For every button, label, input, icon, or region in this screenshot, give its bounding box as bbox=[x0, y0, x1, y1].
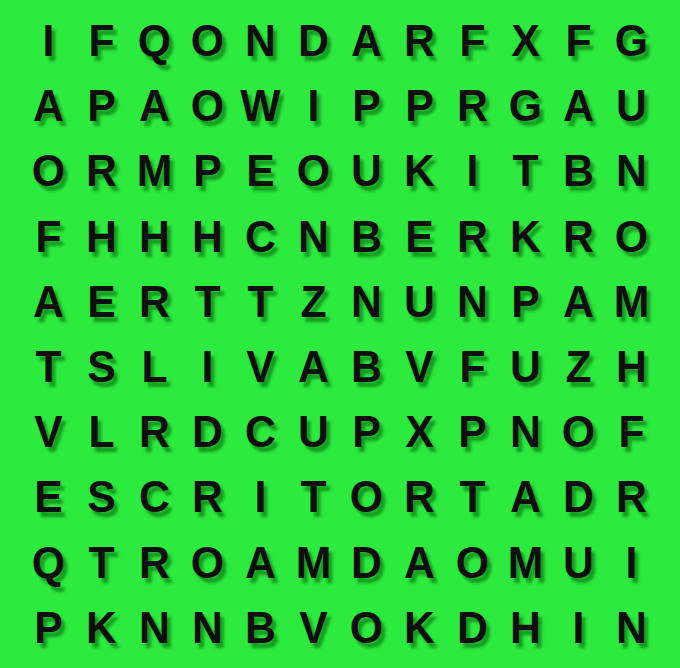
grid-cell[interactable]: N bbox=[606, 595, 656, 660]
grid-cell[interactable]: E bbox=[394, 204, 444, 269]
grid-cell[interactable]: T bbox=[500, 138, 550, 203]
grid-cell[interactable]: Z bbox=[288, 269, 338, 334]
grid-cell[interactable]: C bbox=[235, 399, 285, 464]
grid-cell[interactable]: R bbox=[129, 269, 179, 334]
grid-cell[interactable]: B bbox=[341, 204, 391, 269]
grid-cell[interactable]: O bbox=[341, 464, 391, 529]
grid-cell[interactable]: R bbox=[553, 204, 603, 269]
word-search-puzzle: IFQONDARFXFGAPAOWIPPRGAUORMPEOUKITBNFHHH… bbox=[0, 0, 680, 668]
grid-cell[interactable]: A bbox=[23, 269, 73, 334]
grid-cell[interactable]: H bbox=[606, 334, 656, 399]
grid-cell[interactable]: M bbox=[129, 138, 179, 203]
grid-cell[interactable]: B bbox=[341, 334, 391, 399]
grid-cell[interactable]: O bbox=[182, 8, 232, 73]
grid-cell[interactable]: D bbox=[341, 530, 391, 595]
grid-cell[interactable]: Q bbox=[23, 530, 73, 595]
grid-cell[interactable]: N bbox=[288, 204, 338, 269]
word-search-grid: IFQONDARFXFGAPAOWIPPRGAUORMPEOUKITBNFHHH… bbox=[22, 8, 658, 660]
grid-cell[interactable]: F bbox=[23, 204, 73, 269]
grid-cell[interactable]: Q bbox=[129, 8, 179, 73]
grid-cell[interactable]: K bbox=[394, 595, 444, 660]
grid-cell[interactable]: G bbox=[606, 8, 656, 73]
grid-cell[interactable]: M bbox=[288, 530, 338, 595]
grid-cell[interactable]: D bbox=[288, 8, 338, 73]
grid-cell[interactable]: H bbox=[182, 204, 232, 269]
grid-cell[interactable]: U bbox=[288, 399, 338, 464]
grid-cell[interactable]: N bbox=[447, 269, 497, 334]
grid-cell[interactable]: D bbox=[182, 399, 232, 464]
grid-cell[interactable]: R bbox=[394, 8, 444, 73]
grid-cell[interactable]: A bbox=[23, 73, 73, 138]
grid-cell[interactable]: P bbox=[341, 399, 391, 464]
grid-cell[interactable]: V bbox=[288, 595, 338, 660]
grid-cell[interactable]: E bbox=[76, 269, 126, 334]
grid-cell[interactable]: I bbox=[553, 595, 603, 660]
grid-cell[interactable]: S bbox=[76, 464, 126, 529]
grid-cell[interactable]: N bbox=[500, 399, 550, 464]
grid-cell[interactable]: D bbox=[447, 595, 497, 660]
grid-cell[interactable]: A bbox=[288, 334, 338, 399]
grid-cell[interactable]: U bbox=[606, 73, 656, 138]
grid-cell[interactable]: U bbox=[341, 138, 391, 203]
grid-cell[interactable]: W bbox=[235, 73, 285, 138]
grid-cell[interactable]: F bbox=[447, 8, 497, 73]
grid-cell[interactable]: P bbox=[23, 595, 73, 660]
grid-cell[interactable]: I bbox=[288, 73, 338, 138]
grid-cell[interactable]: T bbox=[447, 464, 497, 529]
grid-cell[interactable]: P bbox=[182, 138, 232, 203]
grid-cell[interactable]: N bbox=[341, 269, 391, 334]
grid-cell[interactable]: O bbox=[288, 138, 338, 203]
grid-cell[interactable]: O bbox=[182, 73, 232, 138]
grid-cell[interactable]: O bbox=[182, 530, 232, 595]
grid-cell[interactable]: H bbox=[129, 204, 179, 269]
grid-cell[interactable]: U bbox=[500, 334, 550, 399]
grid-cell[interactable]: L bbox=[129, 334, 179, 399]
grid-cell[interactable]: R bbox=[129, 399, 179, 464]
grid-cell[interactable]: A bbox=[394, 530, 444, 595]
grid-cell[interactable]: F bbox=[447, 334, 497, 399]
grid-cell[interactable]: T bbox=[23, 334, 73, 399]
grid-cell[interactable]: R bbox=[182, 464, 232, 529]
grid-cell[interactable]: P bbox=[76, 73, 126, 138]
grid-cell[interactable]: I bbox=[447, 138, 497, 203]
grid-cell[interactable]: M bbox=[606, 269, 656, 334]
grid-cell[interactable]: U bbox=[553, 530, 603, 595]
grid-cell[interactable]: R bbox=[129, 530, 179, 595]
grid-cell[interactable]: A bbox=[341, 8, 391, 73]
grid-cell[interactable]: S bbox=[76, 334, 126, 399]
grid-cell[interactable]: E bbox=[235, 138, 285, 203]
grid-cell[interactable]: T bbox=[76, 530, 126, 595]
grid-cell[interactable]: T bbox=[235, 269, 285, 334]
grid-cell[interactable]: I bbox=[182, 334, 232, 399]
grid-cell[interactable]: C bbox=[235, 204, 285, 269]
grid-cell[interactable]: M bbox=[500, 530, 550, 595]
grid-cell[interactable]: V bbox=[235, 334, 285, 399]
grid-cell[interactable]: N bbox=[235, 8, 285, 73]
grid-cell[interactable]: A bbox=[553, 269, 603, 334]
grid-cell[interactable]: I bbox=[606, 530, 656, 595]
grid-cell[interactable]: V bbox=[394, 334, 444, 399]
grid-cell[interactable]: R bbox=[606, 464, 656, 529]
grid-cell[interactable]: R bbox=[447, 204, 497, 269]
grid-cell[interactable]: D bbox=[553, 464, 603, 529]
grid-cell[interactable]: N bbox=[182, 595, 232, 660]
grid-cell[interactable]: X bbox=[500, 8, 550, 73]
grid-cell[interactable]: F bbox=[76, 8, 126, 73]
grid-cell[interactable]: C bbox=[129, 464, 179, 529]
grid-cell[interactable]: V bbox=[23, 399, 73, 464]
grid-cell[interactable]: T bbox=[182, 269, 232, 334]
grid-cell[interactable]: T bbox=[288, 464, 338, 529]
grid-cell[interactable]: F bbox=[606, 399, 656, 464]
grid-cell[interactable]: K bbox=[76, 595, 126, 660]
grid-cell[interactable]: I bbox=[23, 8, 73, 73]
grid-cell[interactable]: B bbox=[553, 138, 603, 203]
grid-cell[interactable]: O bbox=[606, 204, 656, 269]
grid-cell[interactable]: E bbox=[23, 464, 73, 529]
grid-cell[interactable]: P bbox=[341, 73, 391, 138]
grid-cell[interactable]: H bbox=[500, 595, 550, 660]
grid-cell[interactable]: I bbox=[235, 464, 285, 529]
grid-cell[interactable]: P bbox=[500, 269, 550, 334]
grid-cell[interactable]: O bbox=[447, 530, 497, 595]
grid-cell[interactable]: N bbox=[129, 595, 179, 660]
grid-cell[interactable]: F bbox=[553, 8, 603, 73]
grid-cell[interactable]: A bbox=[235, 530, 285, 595]
grid-cell[interactable]: H bbox=[76, 204, 126, 269]
grid-cell[interactable]: O bbox=[23, 138, 73, 203]
grid-cell[interactable]: G bbox=[500, 73, 550, 138]
grid-cell[interactable]: O bbox=[341, 595, 391, 660]
grid-cell[interactable]: Z bbox=[553, 334, 603, 399]
grid-cell[interactable]: O bbox=[553, 399, 603, 464]
grid-cell[interactable]: N bbox=[606, 138, 656, 203]
grid-cell[interactable]: R bbox=[76, 138, 126, 203]
grid-cell[interactable]: R bbox=[394, 464, 444, 529]
grid-cell[interactable]: K bbox=[500, 204, 550, 269]
grid-cell[interactable]: U bbox=[394, 269, 444, 334]
grid-cell[interactable]: A bbox=[129, 73, 179, 138]
grid-cell[interactable]: P bbox=[394, 73, 444, 138]
grid-cell[interactable]: X bbox=[394, 399, 444, 464]
grid-cell[interactable]: B bbox=[235, 595, 285, 660]
grid-cell[interactable]: A bbox=[500, 464, 550, 529]
grid-cell[interactable]: P bbox=[447, 399, 497, 464]
grid-cell[interactable]: R bbox=[447, 73, 497, 138]
grid-cell[interactable]: L bbox=[76, 399, 126, 464]
grid-cell[interactable]: A bbox=[553, 73, 603, 138]
grid-cell[interactable]: K bbox=[394, 138, 444, 203]
